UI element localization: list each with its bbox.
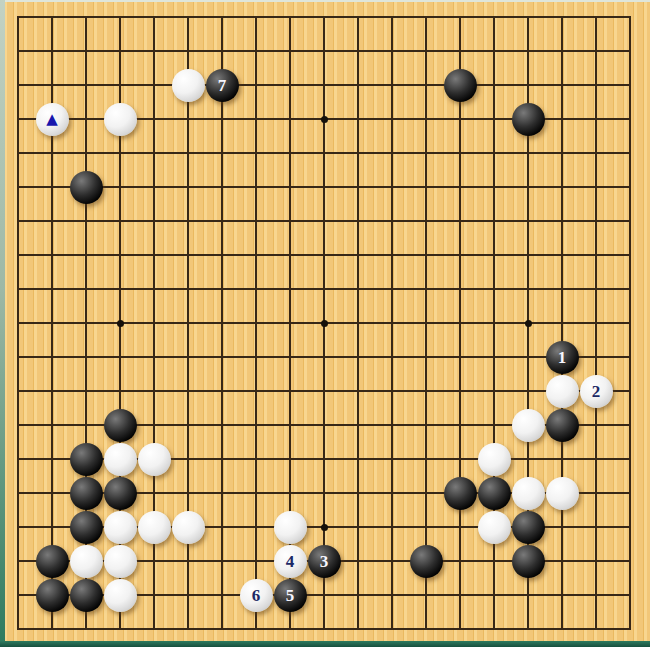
stone-black[interactable]	[70, 443, 103, 476]
stone-white[interactable]	[478, 511, 511, 544]
stone-black[interactable]	[410, 545, 443, 578]
stone-black[interactable]	[512, 103, 545, 136]
stone-white[interactable]	[138, 443, 171, 476]
move-number: 2	[592, 383, 601, 400]
star-point	[117, 320, 124, 327]
stone-white[interactable]	[512, 477, 545, 510]
move-number: 6	[252, 587, 261, 604]
move-number: 1	[558, 349, 567, 366]
stone-black[interactable]	[70, 171, 103, 204]
go-board[interactable]: 7▲124365	[0, 0, 650, 647]
grid-line-vertical	[629, 16, 631, 630]
board-frame-left	[0, 0, 5, 647]
star-point	[321, 320, 328, 327]
grid-line-vertical	[391, 16, 392, 630]
stone-white-move-6[interactable]: 6	[240, 579, 273, 612]
stone-black[interactable]	[104, 409, 137, 442]
grid-line-vertical	[595, 16, 596, 630]
stone-white[interactable]	[172, 511, 205, 544]
stone-white[interactable]	[138, 511, 171, 544]
move-number: 3	[320, 553, 329, 570]
stone-white[interactable]	[274, 511, 307, 544]
grid-line-vertical	[357, 16, 358, 630]
stone-black[interactable]	[546, 409, 579, 442]
stone-white[interactable]	[546, 375, 579, 408]
move-number: 5	[286, 587, 295, 604]
stone-white-move-2[interactable]: 2	[580, 375, 613, 408]
stone-black[interactable]	[36, 579, 69, 612]
move-number: 7	[218, 77, 227, 94]
stone-black[interactable]	[104, 477, 137, 510]
stone-black[interactable]	[70, 579, 103, 612]
grid-line-horizontal	[17, 628, 631, 630]
board-frame-bottom	[0, 641, 650, 647]
stone-black-move-7[interactable]: 7	[206, 69, 239, 102]
move-number: 4	[286, 553, 295, 570]
stone-black-move-5[interactable]: 5	[274, 579, 307, 612]
stone-white[interactable]	[104, 103, 137, 136]
stone-white[interactable]	[70, 545, 103, 578]
stone-white[interactable]	[172, 69, 205, 102]
board-frame-top	[0, 0, 650, 2]
stone-white[interactable]	[104, 443, 137, 476]
stone-white[interactable]	[512, 409, 545, 442]
go-app-window: 7▲124365	[0, 0, 650, 647]
stone-black[interactable]	[444, 477, 477, 510]
stone-black-move-1[interactable]: 1	[546, 341, 579, 374]
grid-line-horizontal	[17, 390, 631, 391]
grid-line-vertical	[459, 16, 460, 630]
stone-black[interactable]	[70, 477, 103, 510]
stone-black[interactable]	[512, 545, 545, 578]
stone-white[interactable]	[546, 477, 579, 510]
triangle-mark-icon: ▲	[46, 112, 58, 127]
stone-black-move-3[interactable]: 3	[308, 545, 341, 578]
stone-black[interactable]	[478, 477, 511, 510]
stone-white[interactable]	[104, 511, 137, 544]
stone-white[interactable]	[104, 545, 137, 578]
stone-white[interactable]	[478, 443, 511, 476]
stone-black[interactable]	[70, 511, 103, 544]
stone-black[interactable]	[36, 545, 69, 578]
star-point	[321, 524, 328, 531]
star-point	[525, 320, 532, 327]
stone-white-move-4[interactable]: 4	[274, 545, 307, 578]
stone-black[interactable]	[512, 511, 545, 544]
stone-black[interactable]	[444, 69, 477, 102]
grid-line-vertical	[561, 16, 562, 630]
grid-line-vertical	[425, 16, 426, 630]
grid-line-horizontal	[17, 356, 631, 357]
stone-white[interactable]	[104, 579, 137, 612]
star-point	[321, 116, 328, 123]
stone-white-marked[interactable]: ▲	[36, 103, 69, 136]
